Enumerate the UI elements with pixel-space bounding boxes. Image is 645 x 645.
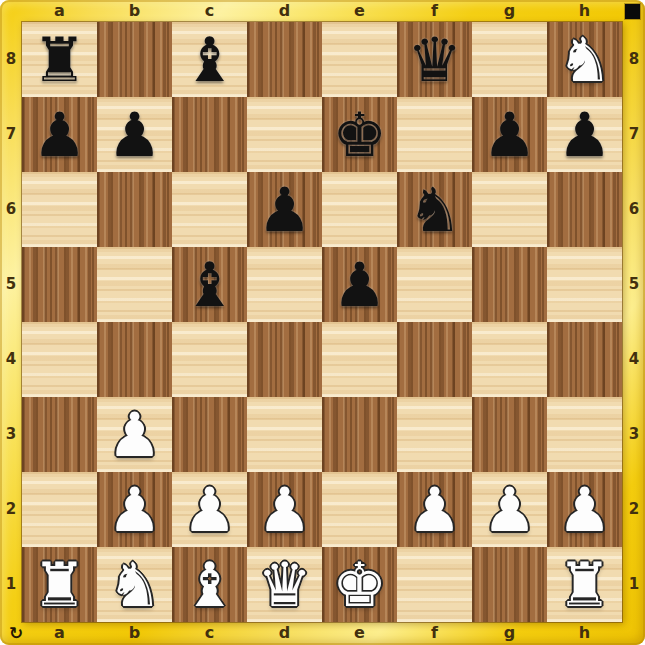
file-label-top-d: d bbox=[247, 0, 322, 22]
white-pawn[interactable]: ♟ bbox=[397, 472, 472, 547]
square-f7[interactable] bbox=[397, 97, 472, 172]
square-a4[interactable] bbox=[22, 322, 97, 397]
black-rook[interactable]: ♜ bbox=[22, 22, 97, 97]
square-d7[interactable] bbox=[247, 97, 322, 172]
square-b3[interactable]: ♟ bbox=[97, 397, 172, 472]
square-d3[interactable] bbox=[247, 397, 322, 472]
square-f1[interactable] bbox=[397, 547, 472, 622]
square-h6[interactable] bbox=[547, 172, 622, 247]
square-e3[interactable] bbox=[322, 397, 397, 472]
square-a2[interactable] bbox=[22, 472, 97, 547]
square-d4[interactable] bbox=[247, 322, 322, 397]
square-f6[interactable]: ♞ bbox=[397, 172, 472, 247]
square-b4[interactable] bbox=[97, 322, 172, 397]
square-g8[interactable] bbox=[472, 22, 547, 97]
black-pawn[interactable]: ♟ bbox=[322, 247, 397, 322]
square-d8[interactable] bbox=[247, 22, 322, 97]
rank-label-left-4: 4 bbox=[0, 322, 22, 397]
white-bishop[interactable]: ♝ bbox=[172, 547, 247, 622]
square-g6[interactable] bbox=[472, 172, 547, 247]
file-label-bottom-g: g bbox=[472, 622, 547, 644]
black-pawn[interactable]: ♟ bbox=[22, 97, 97, 172]
white-king[interactable]: ♚ bbox=[322, 547, 397, 622]
black-pawn[interactable]: ♟ bbox=[247, 172, 322, 247]
rank-label-right-6: 6 bbox=[623, 172, 645, 247]
white-rook[interactable]: ♜ bbox=[22, 547, 97, 622]
black-pawn[interactable]: ♟ bbox=[97, 97, 172, 172]
file-label-bottom-e: e bbox=[322, 622, 397, 644]
square-b2[interactable]: ♟ bbox=[97, 472, 172, 547]
rank-label-right-1: 1 bbox=[623, 547, 645, 622]
black-pawn[interactable]: ♟ bbox=[472, 97, 547, 172]
white-pawn[interactable]: ♟ bbox=[172, 472, 247, 547]
square-c6[interactable] bbox=[172, 172, 247, 247]
square-c3[interactable] bbox=[172, 397, 247, 472]
square-e8[interactable] bbox=[322, 22, 397, 97]
square-a1[interactable]: ♜ bbox=[22, 547, 97, 622]
square-h5[interactable] bbox=[547, 247, 622, 322]
square-f2[interactable]: ♟ bbox=[397, 472, 472, 547]
square-h3[interactable] bbox=[547, 397, 622, 472]
square-h4[interactable] bbox=[547, 322, 622, 397]
black-king[interactable]: ♚ bbox=[322, 97, 397, 172]
rank-label-left-8: 8 bbox=[0, 22, 22, 97]
square-e6[interactable] bbox=[322, 172, 397, 247]
square-h8[interactable]: ♞ bbox=[547, 22, 622, 97]
square-f3[interactable] bbox=[397, 397, 472, 472]
file-label-top-g: g bbox=[472, 0, 547, 22]
rank-label-left-6: 6 bbox=[0, 172, 22, 247]
rank-label-left-7: 7 bbox=[0, 97, 22, 172]
white-pawn[interactable]: ♟ bbox=[97, 472, 172, 547]
square-b8[interactable] bbox=[97, 22, 172, 97]
rank-label-right-4: 4 bbox=[623, 322, 645, 397]
square-d5[interactable] bbox=[247, 247, 322, 322]
square-g1[interactable] bbox=[472, 547, 547, 622]
black-to-move-indicator bbox=[625, 4, 640, 19]
black-bishop[interactable]: ♝ bbox=[172, 22, 247, 97]
white-queen[interactable]: ♛ bbox=[247, 547, 322, 622]
rank-label-right-7: 7 bbox=[623, 97, 645, 172]
file-label-bottom-h: h bbox=[547, 622, 622, 644]
square-c1[interactable]: ♝ bbox=[172, 547, 247, 622]
file-label-bottom-d: d bbox=[247, 622, 322, 644]
square-g3[interactable] bbox=[472, 397, 547, 472]
square-c5[interactable]: ♝ bbox=[172, 247, 247, 322]
white-pawn[interactable]: ♟ bbox=[472, 472, 547, 547]
square-g7[interactable]: ♟ bbox=[472, 97, 547, 172]
file-label-bottom-f: f bbox=[397, 622, 472, 644]
white-rook[interactable]: ♜ bbox=[547, 547, 622, 622]
black-bishop[interactable]: ♝ bbox=[172, 247, 247, 322]
square-a3[interactable] bbox=[22, 397, 97, 472]
square-e1[interactable]: ♚ bbox=[322, 547, 397, 622]
black-queen[interactable]: ♛ bbox=[397, 22, 472, 97]
rank-label-right-2: 2 bbox=[623, 472, 645, 547]
white-knight[interactable]: ♞ bbox=[97, 547, 172, 622]
file-label-top-f: f bbox=[397, 0, 472, 22]
rank-label-left-1: 1 bbox=[0, 547, 22, 622]
rank-label-left-5: 5 bbox=[0, 247, 22, 322]
square-d2[interactable]: ♟ bbox=[247, 472, 322, 547]
square-h7[interactable]: ♟ bbox=[547, 97, 622, 172]
square-e7[interactable]: ♚ bbox=[322, 97, 397, 172]
square-b7[interactable]: ♟ bbox=[97, 97, 172, 172]
file-label-top-b: b bbox=[97, 0, 172, 22]
white-knight[interactable]: ♞ bbox=[547, 22, 622, 97]
rank-label-right-8: 8 bbox=[623, 22, 645, 97]
square-f5[interactable] bbox=[397, 247, 472, 322]
square-b6[interactable] bbox=[97, 172, 172, 247]
square-a6[interactable] bbox=[22, 172, 97, 247]
square-f4[interactable] bbox=[397, 322, 472, 397]
square-a7[interactable]: ♟ bbox=[22, 97, 97, 172]
square-g5[interactable] bbox=[472, 247, 547, 322]
file-label-top-c: c bbox=[172, 0, 247, 22]
square-g4[interactable] bbox=[472, 322, 547, 397]
file-label-top-e: e bbox=[322, 0, 397, 22]
black-pawn[interactable]: ♟ bbox=[547, 97, 622, 172]
square-e5[interactable]: ♟ bbox=[322, 247, 397, 322]
file-label-bottom-b: b bbox=[97, 622, 172, 644]
rank-label-left-2: 2 bbox=[0, 472, 22, 547]
white-pawn[interactable]: ♟ bbox=[547, 472, 622, 547]
square-d1[interactable]: ♛ bbox=[247, 547, 322, 622]
black-knight[interactable]: ♞ bbox=[397, 172, 472, 247]
square-a8[interactable]: ♜ bbox=[22, 22, 97, 97]
file-label-top-h: h bbox=[547, 0, 622, 22]
square-c7[interactable] bbox=[172, 97, 247, 172]
file-label-bottom-c: c bbox=[172, 622, 247, 644]
file-label-top-a: a bbox=[22, 0, 97, 22]
square-b5[interactable] bbox=[97, 247, 172, 322]
chess-board: ♜♝♛♞♟♟♚♟♟♟♞♝♟♟♟♟♟♟♟♟♜♞♝♛♚♜ bbox=[22, 22, 622, 622]
square-c2[interactable]: ♟ bbox=[172, 472, 247, 547]
square-e4[interactable] bbox=[322, 322, 397, 397]
rank-label-right-3: 3 bbox=[623, 397, 645, 472]
square-g2[interactable]: ♟ bbox=[472, 472, 547, 547]
square-b1[interactable]: ♞ bbox=[97, 547, 172, 622]
rank-label-left-3: 3 bbox=[0, 397, 22, 472]
square-h1[interactable]: ♜ bbox=[547, 547, 622, 622]
square-c4[interactable] bbox=[172, 322, 247, 397]
white-pawn[interactable]: ♟ bbox=[97, 397, 172, 472]
square-c8[interactable]: ♝ bbox=[172, 22, 247, 97]
square-a5[interactable] bbox=[22, 247, 97, 322]
white-pawn[interactable]: ♟ bbox=[247, 472, 322, 547]
square-e2[interactable] bbox=[322, 472, 397, 547]
chess-board-frame: ♜♝♛♞♟♟♚♟♟♟♞♝♟♟♟♟♟♟♟♟♜♞♝♛♚♜ ↻ aabbccddeef… bbox=[0, 0, 645, 645]
file-label-bottom-a: a bbox=[22, 622, 97, 644]
square-f8[interactable]: ♛ bbox=[397, 22, 472, 97]
square-d6[interactable]: ♟ bbox=[247, 172, 322, 247]
square-h2[interactable]: ♟ bbox=[547, 472, 622, 547]
rank-label-right-5: 5 bbox=[623, 247, 645, 322]
